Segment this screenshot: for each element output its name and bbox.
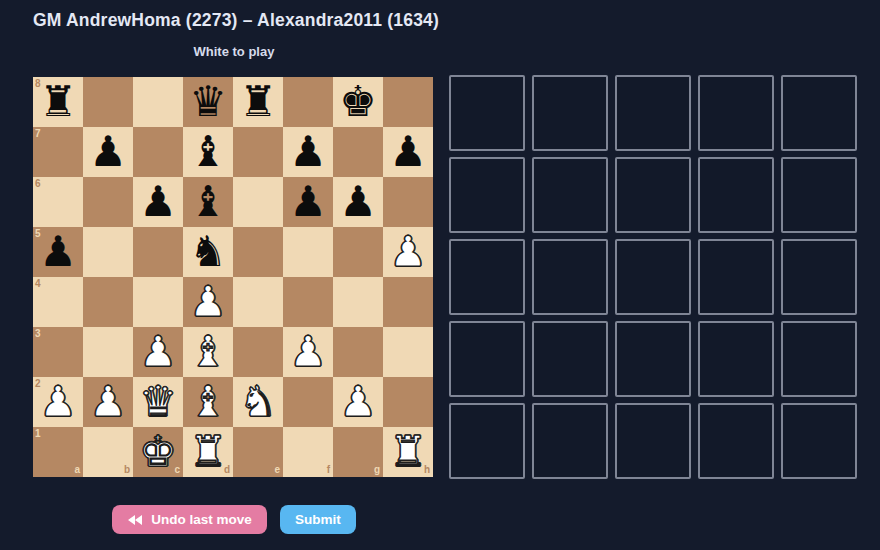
square-e5[interactable] — [233, 227, 283, 277]
square-h2[interactable] — [383, 377, 433, 427]
piece-white-pawn[interactable]: ♟ — [383, 227, 433, 277]
answer-cell — [615, 403, 691, 479]
answer-cell — [532, 157, 608, 233]
piece-white-pawn[interactable]: ♟ — [133, 327, 183, 377]
square-c6[interactable]: ♟ — [133, 177, 183, 227]
piece-white-queen[interactable]: ♛ — [133, 377, 183, 427]
answer-cell — [615, 239, 691, 315]
square-d8[interactable]: ♛ — [183, 77, 233, 127]
square-e8[interactable]: ♜ — [233, 77, 283, 127]
file-label-b: b — [124, 465, 130, 475]
square-g3[interactable] — [333, 327, 383, 377]
square-h1[interactable]: h♜ — [383, 427, 433, 477]
file-label-g: g — [374, 465, 380, 475]
square-d1[interactable]: d♜ — [183, 427, 233, 477]
piece-black-pawn[interactable]: ♟ — [283, 177, 333, 227]
square-b3[interactable] — [83, 327, 133, 377]
square-h6[interactable] — [383, 177, 433, 227]
answer-cell — [532, 239, 608, 315]
undo-button[interactable]: Undo last move — [112, 505, 267, 534]
square-a6[interactable]: 6 — [33, 177, 83, 227]
answer-cell — [698, 75, 774, 151]
answer-cell — [781, 157, 857, 233]
square-e3[interactable] — [233, 327, 283, 377]
rank-label-1: 1 — [35, 429, 41, 439]
piece-white-bishop[interactable]: ♝ — [183, 377, 233, 427]
piece-black-rook[interactable]: ♜ — [33, 77, 83, 127]
square-f7[interactable]: ♟ — [283, 127, 333, 177]
square-h5[interactable]: ♟ — [383, 227, 433, 277]
square-c1[interactable]: c♚ — [133, 427, 183, 477]
square-h4[interactable] — [383, 277, 433, 327]
file-label-a: a — [74, 465, 80, 475]
rewind-icon — [127, 514, 143, 526]
square-b8[interactable] — [83, 77, 133, 127]
square-a5[interactable]: 5♟ — [33, 227, 83, 277]
square-b6[interactable] — [83, 177, 133, 227]
file-label-e: e — [274, 465, 280, 475]
piece-white-pawn[interactable]: ♟ — [33, 377, 83, 427]
piece-white-bishop[interactable]: ♝ — [183, 327, 233, 377]
square-b2[interactable]: ♟ — [83, 377, 133, 427]
square-f6[interactable]: ♟ — [283, 177, 333, 227]
answer-cell — [449, 403, 525, 479]
square-a3[interactable]: 3 — [33, 327, 83, 377]
piece-black-pawn[interactable]: ♟ — [33, 227, 83, 277]
submit-button-label: Submit — [295, 512, 341, 527]
answer-cell — [532, 403, 608, 479]
answer-cell — [698, 321, 774, 397]
rank-label-7: 7 — [35, 129, 41, 139]
square-b4[interactable] — [83, 277, 133, 327]
square-e7[interactable] — [233, 127, 283, 177]
square-e6[interactable] — [233, 177, 283, 227]
submit-button[interactable]: Submit — [280, 505, 356, 534]
square-d3[interactable]: ♝ — [183, 327, 233, 377]
square-c5[interactable] — [133, 227, 183, 277]
square-a1[interactable]: 1a — [33, 427, 83, 477]
piece-black-rook[interactable]: ♜ — [233, 77, 283, 127]
square-c7[interactable] — [133, 127, 183, 177]
piece-black-bishop[interactable]: ♝ — [183, 127, 233, 177]
square-c2[interactable]: ♛ — [133, 377, 183, 427]
square-c4[interactable] — [133, 277, 183, 327]
answer-cell — [615, 75, 691, 151]
answer-cell — [781, 239, 857, 315]
square-a7[interactable]: 7 — [33, 127, 83, 177]
piece-white-pawn[interactable]: ♟ — [83, 377, 133, 427]
square-a2[interactable]: 2♟ — [33, 377, 83, 427]
answer-cell — [449, 321, 525, 397]
square-h8[interactable] — [383, 77, 433, 127]
square-g5[interactable] — [333, 227, 383, 277]
square-d7[interactable]: ♝ — [183, 127, 233, 177]
square-g7[interactable] — [333, 127, 383, 177]
piece-black-pawn[interactable]: ♟ — [383, 127, 433, 177]
piece-white-pawn[interactable]: ♟ — [283, 327, 333, 377]
piece-black-knight[interactable]: ♞ — [183, 227, 233, 277]
piece-white-knight[interactable]: ♞ — [233, 377, 283, 427]
answer-cell — [532, 321, 608, 397]
square-f1[interactable]: f — [283, 427, 333, 477]
square-g8[interactable]: ♚ — [333, 77, 383, 127]
square-d5[interactable]: ♞ — [183, 227, 233, 277]
rank-label-6: 6 — [35, 179, 41, 189]
answer-cell — [449, 75, 525, 151]
chess-board: 8♜♛♜♚7♟♝♟♟6♟♝♟♟5♟♞♟4♟3♟♝♟2♟♟♛♝♞♟1abc♚d♜e… — [33, 77, 433, 477]
square-f5[interactable] — [283, 227, 333, 277]
square-d2[interactable]: ♝ — [183, 377, 233, 427]
square-e2[interactable]: ♞ — [233, 377, 283, 427]
square-c3[interactable]: ♟ — [133, 327, 183, 377]
square-g1[interactable]: g — [333, 427, 383, 477]
piece-black-pawn[interactable]: ♟ — [83, 127, 133, 177]
square-d6[interactable]: ♝ — [183, 177, 233, 227]
controls-bar: Undo last move Submit — [33, 505, 435, 534]
rank-label-3: 3 — [35, 329, 41, 339]
square-g6[interactable]: ♟ — [333, 177, 383, 227]
piece-black-bishop[interactable]: ♝ — [183, 177, 233, 227]
square-h3[interactable] — [383, 327, 433, 377]
square-a8[interactable]: 8♜ — [33, 77, 83, 127]
piece-black-pawn[interactable]: ♟ — [133, 177, 183, 227]
undo-button-label: Undo last move — [151, 512, 252, 527]
piece-black-king[interactable]: ♚ — [333, 77, 383, 127]
answer-cell — [781, 403, 857, 479]
side-to-move-label: White to play — [33, 44, 435, 59]
square-g4[interactable] — [333, 277, 383, 327]
answer-cell — [698, 403, 774, 479]
square-e1[interactable]: e — [233, 427, 283, 477]
piece-white-pawn[interactable]: ♟ — [333, 377, 383, 427]
answer-cell — [615, 157, 691, 233]
square-d4[interactable]: ♟ — [183, 277, 233, 327]
square-a4[interactable]: 4 — [33, 277, 83, 327]
answer-grid — [449, 75, 857, 479]
square-f2[interactable] — [283, 377, 333, 427]
piece-white-king[interactable]: ♚ — [133, 427, 183, 477]
answer-cell — [615, 321, 691, 397]
answer-cell — [449, 157, 525, 233]
piece-black-pawn[interactable]: ♟ — [283, 127, 333, 177]
file-label-f: f — [327, 465, 330, 475]
answer-cell — [698, 239, 774, 315]
square-f4[interactable] — [283, 277, 333, 327]
answer-cell — [449, 239, 525, 315]
rank-label-4: 4 — [35, 279, 41, 289]
answer-cell — [698, 157, 774, 233]
piece-white-rook[interactable]: ♜ — [383, 427, 433, 477]
answer-cell — [781, 75, 857, 151]
piece-black-pawn[interactable]: ♟ — [333, 177, 383, 227]
square-e4[interactable] — [233, 277, 283, 327]
square-b7[interactable]: ♟ — [83, 127, 133, 177]
square-h7[interactable]: ♟ — [383, 127, 433, 177]
square-f8[interactable] — [283, 77, 333, 127]
piece-white-pawn[interactable]: ♟ — [183, 277, 233, 327]
piece-white-rook[interactable]: ♜ — [183, 427, 233, 477]
square-b5[interactable] — [83, 227, 133, 277]
square-b1[interactable]: b — [83, 427, 133, 477]
page-title: GM AndrewHoma (2273) – Alexandra2011 (16… — [33, 10, 439, 31]
square-f3[interactable]: ♟ — [283, 327, 333, 377]
piece-black-queen[interactable]: ♛ — [183, 77, 233, 127]
answer-cell — [532, 75, 608, 151]
square-c8[interactable] — [133, 77, 183, 127]
answer-cell — [781, 321, 857, 397]
square-g2[interactable]: ♟ — [333, 377, 383, 427]
